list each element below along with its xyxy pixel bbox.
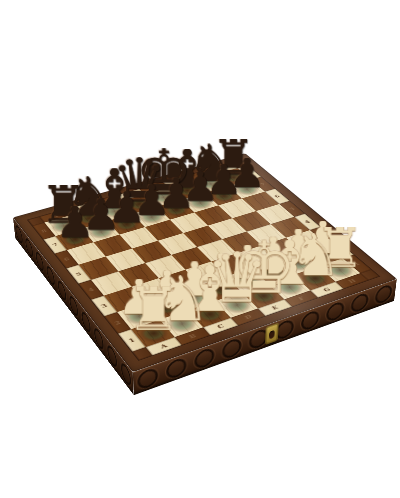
piece-black-pawn: ♟ bbox=[45, 206, 104, 240]
pieces-layer: ♜♞♝♛♚♝♞♜♟♟♟♟♟♟♟♟♟♟♟♟♟♟♟♟♜♞♝♛♚♝♞♜ bbox=[13, 153, 397, 372]
clasp-hook-icon bbox=[269, 330, 275, 340]
product-photo: ABCDEFGH8877665544332211ABCDEFGH ♜♞♝♛♚♝♞… bbox=[0, 0, 400, 498]
chess-board: ABCDEFGH8877665544332211ABCDEFGH ♜♞♝♛♚♝♞… bbox=[13, 153, 397, 372]
piece-white-rook: ♜ bbox=[119, 286, 186, 333]
board-top-surface: ABCDEFGH8877665544332211ABCDEFGH ♜♞♝♛♚♝♞… bbox=[13, 153, 397, 372]
clasp bbox=[265, 322, 279, 345]
